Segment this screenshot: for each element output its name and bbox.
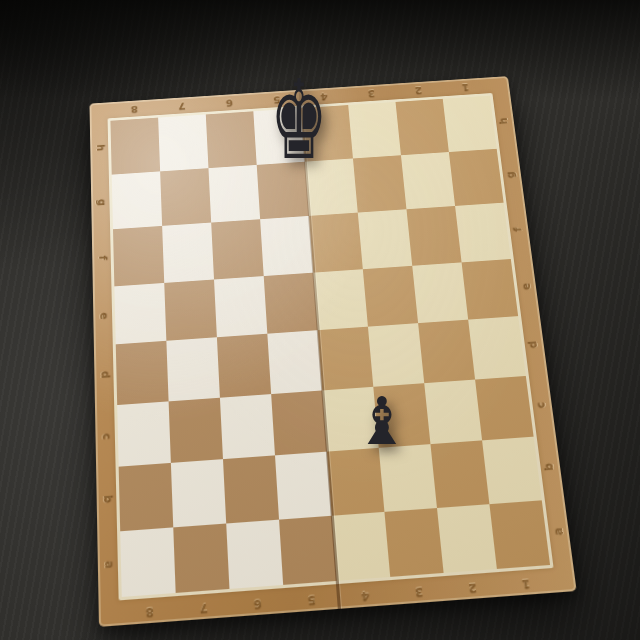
square-h8 [110, 118, 160, 175]
square-b6 [223, 455, 279, 523]
square-a2 [437, 504, 497, 573]
top-edge-label-7: 7 [178, 101, 186, 111]
square-h1 [443, 96, 497, 152]
square-c4 [322, 386, 379, 451]
square-e3 [363, 265, 418, 326]
square-d3 [368, 323, 424, 386]
square-b5 [275, 452, 332, 519]
square-f5 [260, 216, 313, 276]
bottom-edge-label-5: 5 [307, 593, 316, 605]
bottom-edge-label-4: 4 [360, 589, 369, 601]
bottom-edge-label-8: 8 [145, 605, 153, 618]
square-d8 [116, 341, 169, 405]
top-edge-label-5: 5 [272, 94, 280, 104]
square-f6 [211, 219, 264, 279]
square-a7 [173, 523, 229, 593]
square-a1 [489, 500, 550, 569]
square-h7 [158, 114, 208, 171]
square-e1 [462, 259, 519, 320]
play-area [110, 96, 550, 597]
chess-board: 8765432187654321hgfedcbahgfedcba [89, 76, 576, 627]
bottom-edge-label-7: 7 [199, 601, 208, 614]
right-edge-label-e: e [520, 282, 532, 290]
right-edge-label-f: f [513, 227, 524, 232]
bottom-edge-label-3: 3 [414, 585, 423, 597]
square-d7 [166, 337, 220, 401]
top-edge-label-1: 1 [461, 82, 469, 92]
right-edge-label-c: c [536, 401, 548, 408]
square-a8 [120, 527, 175, 597]
square-h5 [253, 108, 305, 164]
square-g8 [112, 171, 162, 229]
square-b8 [119, 463, 174, 531]
square-b2 [430, 440, 489, 507]
square-c1 [475, 375, 534, 440]
square-b4 [327, 448, 384, 515]
top-edge-label-8: 8 [130, 104, 137, 114]
square-a6 [226, 519, 283, 589]
square-b1 [482, 437, 542, 504]
bottom-edge-label-1: 1 [521, 577, 530, 589]
square-f7 [162, 223, 214, 283]
square-c6 [220, 394, 275, 460]
square-d1 [468, 316, 526, 379]
square-f8 [113, 226, 164, 286]
left-edge-label-g: g [96, 198, 107, 206]
right-edge-label-g: g [506, 171, 517, 179]
square-f4 [309, 213, 363, 273]
square-c5 [271, 390, 327, 455]
square-h2 [396, 99, 449, 155]
top-edge-label-6: 6 [225, 98, 233, 108]
left-edge-label-d: d [99, 371, 110, 379]
left-edge-label-a: a [103, 560, 115, 569]
square-e7 [164, 279, 217, 341]
square-f2 [406, 206, 461, 265]
square-e5 [264, 272, 318, 334]
square-g2 [401, 152, 455, 210]
square-c2 [424, 379, 482, 444]
square-g4 [305, 158, 358, 216]
square-g5 [257, 161, 309, 219]
square-a3 [384, 507, 443, 576]
square-e8 [114, 282, 166, 344]
square-e6 [214, 276, 267, 338]
square-h6 [206, 111, 257, 167]
square-c3 [373, 383, 430, 448]
right-edge-label-h: h [499, 117, 510, 124]
square-d6 [217, 334, 271, 398]
left-edge-label-b: b [101, 495, 113, 504]
right-edge-label-d: d [528, 341, 540, 349]
square-b7 [171, 459, 226, 527]
right-edge-label-a: a [552, 527, 564, 536]
square-b3 [379, 444, 437, 511]
square-g1 [449, 148, 504, 206]
square-e4 [313, 269, 368, 330]
left-edge-label-e: e [98, 312, 109, 320]
square-d5 [267, 330, 322, 393]
square-g6 [208, 164, 260, 222]
top-edge-label-3: 3 [367, 88, 375, 98]
top-edge-label-4: 4 [320, 91, 328, 101]
square-g3 [353, 155, 407, 213]
square-a4 [332, 511, 390, 581]
square-d2 [418, 320, 475, 383]
right-edge-label-b: b [544, 463, 556, 472]
square-c7 [169, 397, 223, 463]
square-g7 [160, 168, 211, 226]
square-h4 [301, 105, 353, 161]
square-f3 [358, 209, 412, 268]
square-h3 [348, 102, 401, 158]
square-a5 [279, 515, 337, 585]
square-c8 [117, 401, 171, 467]
bottom-edge-label-2: 2 [467, 581, 476, 593]
bottom-edge-label-6: 6 [253, 597, 262, 609]
square-d4 [318, 327, 374, 390]
left-edge-label-c: c [100, 433, 111, 440]
left-edge-label-f: f [97, 256, 108, 261]
left-edge-label-h: h [94, 144, 105, 151]
top-edge-label-2: 2 [414, 85, 422, 95]
square-f1 [455, 203, 511, 262]
square-e2 [412, 262, 468, 323]
